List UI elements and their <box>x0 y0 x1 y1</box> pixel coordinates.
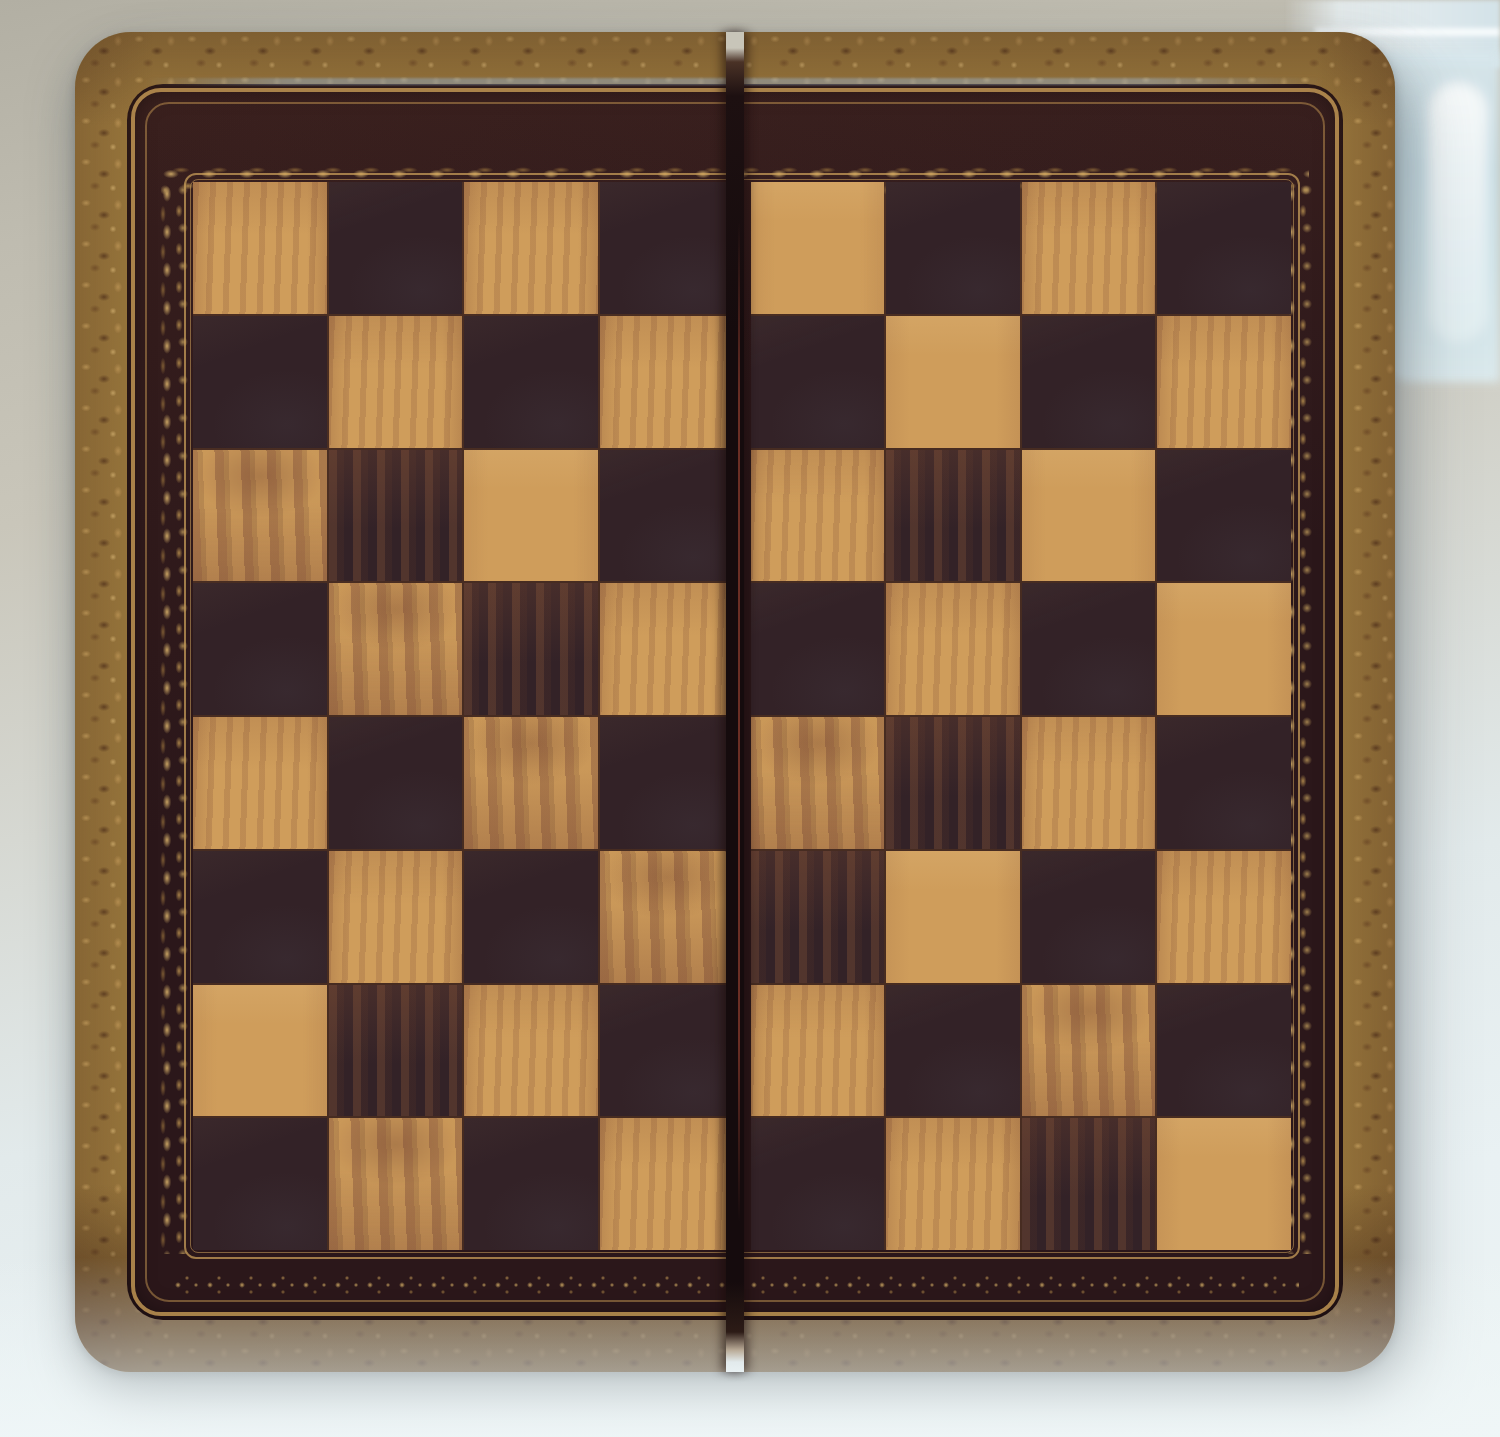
square-c6[interactable] <box>464 450 598 582</box>
square-g8[interactable] <box>1022 182 1156 314</box>
square-h5[interactable] <box>1157 583 1291 715</box>
square-h4[interactable] <box>1157 717 1291 849</box>
square-a4[interactable] <box>193 717 327 849</box>
square-d5[interactable] <box>600 583 734 715</box>
square-f4[interactable] <box>886 717 1020 849</box>
square-f1[interactable] <box>886 1118 1020 1250</box>
square-b1[interactable] <box>329 1118 463 1250</box>
square-g7[interactable] <box>1022 316 1156 448</box>
square-g3[interactable] <box>1022 851 1156 983</box>
square-c5[interactable] <box>464 583 598 715</box>
square-b3[interactable] <box>329 851 463 983</box>
square-a8[interactable] <box>193 182 327 314</box>
square-f7[interactable] <box>886 316 1020 448</box>
square-f2[interactable] <box>886 985 1020 1117</box>
square-d4[interactable] <box>600 717 734 849</box>
square-e4[interactable] <box>751 717 885 849</box>
square-g2[interactable] <box>1022 985 1156 1117</box>
square-h7[interactable] <box>1157 316 1291 448</box>
square-f3[interactable] <box>886 851 1020 983</box>
square-b6[interactable] <box>329 450 463 582</box>
square-c4[interactable] <box>464 717 598 849</box>
square-f8[interactable] <box>886 182 1020 314</box>
square-e6[interactable] <box>751 450 885 582</box>
square-c7[interactable] <box>464 316 598 448</box>
square-e8[interactable] <box>751 182 885 314</box>
square-h6[interactable] <box>1157 450 1291 582</box>
square-c3[interactable] <box>464 851 598 983</box>
square-d2[interactable] <box>600 985 734 1117</box>
fold-seam-hinge <box>726 32 744 1372</box>
board-half-left <box>193 182 734 1250</box>
square-g6[interactable] <box>1022 450 1156 582</box>
square-a1[interactable] <box>193 1118 327 1250</box>
square-b4[interactable] <box>329 717 463 849</box>
square-d6[interactable] <box>600 450 734 582</box>
square-g1[interactable] <box>1022 1118 1156 1250</box>
square-d1[interactable] <box>600 1118 734 1250</box>
square-b7[interactable] <box>329 316 463 448</box>
square-e3[interactable] <box>751 851 885 983</box>
square-f5[interactable] <box>886 583 1020 715</box>
square-e5[interactable] <box>751 583 885 715</box>
square-b5[interactable] <box>329 583 463 715</box>
square-d3[interactable] <box>600 851 734 983</box>
square-c2[interactable] <box>464 985 598 1117</box>
square-c8[interactable] <box>464 182 598 314</box>
square-a5[interactable] <box>193 583 327 715</box>
square-e1[interactable] <box>751 1118 885 1250</box>
square-d7[interactable] <box>600 316 734 448</box>
square-a3[interactable] <box>193 851 327 983</box>
square-b8[interactable] <box>329 182 463 314</box>
square-a2[interactable] <box>193 985 327 1117</box>
square-e7[interactable] <box>751 316 885 448</box>
board-half-right <box>751 182 1292 1250</box>
square-f6[interactable] <box>886 450 1020 582</box>
square-b2[interactable] <box>329 985 463 1117</box>
square-h3[interactable] <box>1157 851 1291 983</box>
square-a7[interactable] <box>193 316 327 448</box>
folding-chessboard <box>75 32 1395 1372</box>
square-g4[interactable] <box>1022 717 1156 849</box>
photo-backdrop <box>0 0 1500 1437</box>
square-h1[interactable] <box>1157 1118 1291 1250</box>
square-d8[interactable] <box>600 182 734 314</box>
square-h2[interactable] <box>1157 985 1291 1117</box>
square-a6[interactable] <box>193 450 327 582</box>
square-e2[interactable] <box>751 985 885 1117</box>
square-c1[interactable] <box>464 1118 598 1250</box>
square-h8[interactable] <box>1157 182 1291 314</box>
square-g5[interactable] <box>1022 583 1156 715</box>
